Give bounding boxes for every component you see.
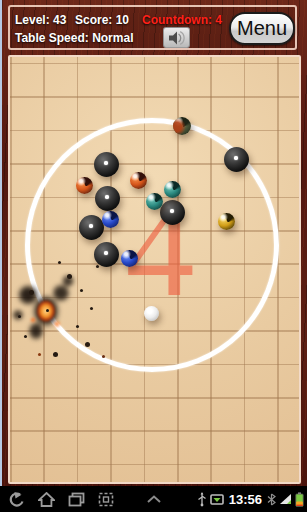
screenshot-button[interactable] bbox=[98, 492, 114, 507]
table-panel: 4 bbox=[8, 55, 301, 484]
android-navbar: 13:56 bbox=[0, 486, 307, 512]
marble-blue-2 bbox=[121, 250, 138, 267]
navbar-right-group: 13:56 bbox=[197, 486, 304, 512]
recents-icon bbox=[68, 492, 85, 507]
explosion-debris bbox=[46, 309, 49, 312]
wood-frame: Level: 43 Score: 10 Countdown: 4 Table S… bbox=[2, 0, 307, 487]
explosion bbox=[10, 253, 98, 363]
white-ball bbox=[144, 306, 159, 321]
home-icon bbox=[38, 492, 55, 507]
marble-blue-1 bbox=[102, 211, 119, 228]
table-stage[interactable]: 4 bbox=[10, 57, 299, 482]
marble-orange-2 bbox=[130, 172, 147, 189]
black-ball-3 bbox=[79, 215, 104, 240]
recents-button[interactable] bbox=[68, 492, 85, 507]
explosion-fire bbox=[10, 253, 98, 363]
hide-bar-button[interactable] bbox=[146, 495, 162, 503]
score-label: Score: 10 bbox=[75, 13, 129, 27]
black-ball-6 bbox=[224, 147, 249, 172]
speaker-icon bbox=[167, 30, 187, 46]
black-ball-2 bbox=[95, 186, 120, 211]
marble-teal-1 bbox=[164, 181, 181, 198]
level-label: Level: 43 bbox=[15, 13, 66, 27]
marble-yellow bbox=[218, 213, 235, 230]
home-button[interactable] bbox=[38, 492, 55, 507]
sound-toggle-button[interactable] bbox=[163, 27, 190, 48]
menu-button[interactable]: Menu bbox=[229, 12, 295, 45]
countdown-label: Countdown: 4 bbox=[142, 13, 222, 27]
wifi-icon bbox=[279, 493, 292, 505]
hud-panel: Level: 43 Score: 10 Countdown: 4 Table S… bbox=[8, 5, 297, 50]
clock: 13:56 bbox=[229, 492, 262, 507]
marble-teal-2 bbox=[146, 193, 163, 210]
screenshot-icon bbox=[98, 492, 114, 507]
back-button[interactable] bbox=[8, 492, 25, 507]
usb-icon bbox=[197, 492, 207, 507]
black-ball-1 bbox=[94, 152, 119, 177]
back-icon bbox=[8, 492, 25, 507]
black-ball-5 bbox=[160, 200, 185, 225]
bluetooth-icon bbox=[267, 493, 276, 506]
marble-orange-1 bbox=[76, 177, 93, 194]
storage-icon bbox=[210, 493, 224, 506]
table-speed-label: Table Speed: Normal bbox=[15, 31, 133, 45]
marble-camo bbox=[173, 117, 191, 135]
battery-icon bbox=[295, 492, 304, 507]
chevron-up-icon bbox=[146, 495, 162, 503]
navbar-left-group bbox=[8, 486, 114, 512]
